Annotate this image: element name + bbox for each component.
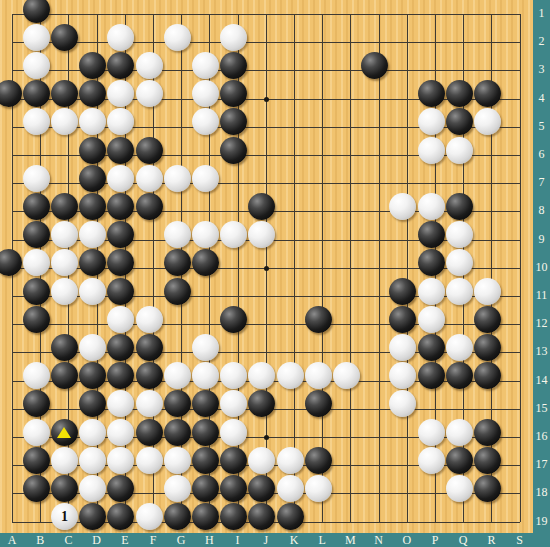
black-stone-C14[interactable] xyxy=(51,362,78,389)
column-label-B: B xyxy=(33,533,47,547)
black-stone-A4[interactable] xyxy=(0,80,22,107)
white-stone-Q9[interactable] xyxy=(446,221,473,248)
star-point xyxy=(264,266,269,271)
row-label-15: 15 xyxy=(533,401,550,416)
white-stone-H14[interactable] xyxy=(192,362,219,389)
black-stone-H10[interactable] xyxy=(192,249,219,276)
white-stone-D5[interactable] xyxy=(79,108,106,135)
white-stone-F15[interactable] xyxy=(136,390,163,417)
white-stone-O15[interactable] xyxy=(389,390,416,417)
white-stone-H4[interactable] xyxy=(192,80,219,107)
white-stone-D18[interactable] xyxy=(79,475,106,502)
black-stone-F6[interactable] xyxy=(136,137,163,164)
white-stone-P16[interactable] xyxy=(418,419,445,446)
white-stone-D17[interactable] xyxy=(79,447,106,474)
black-stone-C8[interactable] xyxy=(51,193,78,220)
move-number-label: 1 xyxy=(51,503,78,530)
white-stone-G14[interactable] xyxy=(164,362,191,389)
white-stone-J9[interactable] xyxy=(248,221,275,248)
black-stone-G11[interactable] xyxy=(164,278,191,305)
column-label-L: L xyxy=(315,533,329,547)
column-label-P: P xyxy=(428,533,442,547)
black-stone-F14[interactable] xyxy=(136,362,163,389)
row-coordinate-strip: 12345678910111213141516171819 xyxy=(533,0,550,547)
row-label-7: 7 xyxy=(533,175,550,190)
white-stone-I2[interactable] xyxy=(220,24,247,51)
black-stone-G16[interactable] xyxy=(164,419,191,446)
black-stone-B12[interactable] xyxy=(23,306,50,333)
column-label-I: I xyxy=(231,533,245,547)
white-stone-C5[interactable] xyxy=(51,108,78,135)
white-stone-G9[interactable] xyxy=(164,221,191,248)
white-stone-F7[interactable] xyxy=(136,165,163,192)
white-stone-D11[interactable] xyxy=(79,278,106,305)
white-stone-K14[interactable] xyxy=(277,362,304,389)
white-stone-P8[interactable] xyxy=(418,193,445,220)
column-label-E: E xyxy=(118,533,132,547)
white-stone-G17[interactable] xyxy=(164,447,191,474)
row-label-17: 17 xyxy=(533,457,550,472)
row-label-16: 16 xyxy=(533,429,550,444)
row-label-4: 4 xyxy=(533,91,550,106)
black-stone-H16[interactable] xyxy=(192,419,219,446)
white-stone-F19[interactable] xyxy=(136,503,163,530)
white-stone-P12[interactable] xyxy=(418,306,445,333)
white-stone-P17[interactable] xyxy=(418,447,445,474)
black-stone-D19[interactable] xyxy=(79,503,106,530)
black-stone-D14[interactable] xyxy=(79,362,106,389)
white-stone-E15[interactable] xyxy=(107,390,134,417)
black-stone-D4[interactable] xyxy=(79,80,106,107)
white-stone-C9[interactable] xyxy=(51,221,78,248)
white-stone-G2[interactable] xyxy=(164,24,191,51)
white-stone-G7[interactable] xyxy=(164,165,191,192)
white-stone-K17[interactable] xyxy=(277,447,304,474)
white-stone-O8[interactable] xyxy=(389,193,416,220)
black-stone-H18[interactable] xyxy=(192,475,219,502)
column-label-N: N xyxy=(372,533,386,547)
black-stone-P10[interactable] xyxy=(418,249,445,276)
black-stone-I19[interactable] xyxy=(220,503,247,530)
black-stone-F16[interactable] xyxy=(136,419,163,446)
white-stone-D16[interactable] xyxy=(79,419,106,446)
row-label-8: 8 xyxy=(533,203,550,218)
black-stone-B17[interactable] xyxy=(23,447,50,474)
white-stone-H7[interactable] xyxy=(192,165,219,192)
black-stone-Q14[interactable] xyxy=(446,362,473,389)
white-stone-B14[interactable] xyxy=(23,362,50,389)
row-label-14: 14 xyxy=(533,373,550,388)
white-stone-E5[interactable] xyxy=(107,108,134,135)
black-stone-L17[interactable] xyxy=(305,447,332,474)
black-stone-I17[interactable] xyxy=(220,447,247,474)
white-stone-C17[interactable] xyxy=(51,447,78,474)
black-stone-R12[interactable] xyxy=(474,306,501,333)
white-stone-E17[interactable] xyxy=(107,447,134,474)
black-stone-B8[interactable] xyxy=(23,193,50,220)
column-label-R: R xyxy=(484,533,498,547)
black-stone-F13[interactable] xyxy=(136,334,163,361)
black-stone-E18[interactable] xyxy=(107,475,134,502)
white-stone-Q13[interactable] xyxy=(446,334,473,361)
grid-line-vertical xyxy=(407,14,408,522)
white-stone-F3[interactable] xyxy=(136,52,163,79)
row-label-12: 12 xyxy=(533,316,550,331)
row-label-5: 5 xyxy=(533,119,550,134)
white-stone-B7[interactable] xyxy=(23,165,50,192)
white-stone-I14[interactable] xyxy=(220,362,247,389)
black-stone-G15[interactable] xyxy=(164,390,191,417)
black-stone-C2[interactable] xyxy=(51,24,78,51)
white-stone-I9[interactable] xyxy=(220,221,247,248)
white-stone-P5[interactable] xyxy=(418,108,445,135)
row-label-1: 1 xyxy=(533,6,550,21)
black-stone-L15[interactable] xyxy=(305,390,332,417)
black-stone-G10[interactable] xyxy=(164,249,191,276)
black-stone-D6[interactable] xyxy=(79,137,106,164)
go-game-screen: 1 12345678910111213141516171819 ABCDEFGH… xyxy=(0,0,550,547)
black-stone-D3[interactable] xyxy=(79,52,106,79)
white-stone-G18[interactable] xyxy=(164,475,191,502)
white-stone-D13[interactable] xyxy=(79,334,106,361)
black-stone-D15[interactable] xyxy=(79,390,106,417)
black-stone-J15[interactable] xyxy=(248,390,275,417)
row-label-11: 11 xyxy=(533,288,550,303)
black-stone-I12[interactable] xyxy=(220,306,247,333)
black-stone-E6[interactable] xyxy=(107,137,134,164)
grid-line-vertical xyxy=(294,14,295,522)
black-stone-E8[interactable] xyxy=(107,193,134,220)
row-label-6: 6 xyxy=(533,147,550,162)
row-label-18: 18 xyxy=(533,485,550,500)
black-stone-P4[interactable] xyxy=(418,80,445,107)
white-stone-B5[interactable] xyxy=(23,108,50,135)
black-stone-G19[interactable] xyxy=(164,503,191,530)
black-stone-Q4[interactable] xyxy=(446,80,473,107)
white-stone-F17[interactable] xyxy=(136,447,163,474)
black-stone-E13[interactable] xyxy=(107,334,134,361)
black-stone-J19[interactable] xyxy=(248,503,275,530)
black-stone-D8[interactable] xyxy=(79,193,106,220)
white-stone-O13[interactable] xyxy=(389,334,416,361)
black-stone-C18[interactable] xyxy=(51,475,78,502)
black-stone-E3[interactable] xyxy=(107,52,134,79)
black-stone-D10[interactable] xyxy=(79,249,106,276)
black-stone-J18[interactable] xyxy=(248,475,275,502)
black-stone-P14[interactable] xyxy=(418,362,445,389)
row-label-9: 9 xyxy=(533,232,550,247)
black-stone-O11[interactable] xyxy=(389,278,416,305)
black-stone-E19[interactable] xyxy=(107,503,134,530)
black-stone-B9[interactable] xyxy=(23,221,50,248)
white-stone-I16[interactable] xyxy=(220,419,247,446)
black-stone-R16[interactable] xyxy=(474,419,501,446)
black-stone-Q5[interactable] xyxy=(446,108,473,135)
column-label-J: J xyxy=(259,533,273,547)
column-coordinate-strip: ABCDEFGHIJKLMNOPQRS xyxy=(0,533,550,547)
black-stone-P13[interactable] xyxy=(418,334,445,361)
black-stone-Q8[interactable] xyxy=(446,193,473,220)
black-stone-I3[interactable] xyxy=(220,52,247,79)
grid-line-vertical xyxy=(322,14,323,522)
white-stone-B2[interactable] xyxy=(23,24,50,51)
black-stone-L12[interactable] xyxy=(305,306,332,333)
black-stone-K19[interactable] xyxy=(277,503,304,530)
grid-line-vertical xyxy=(520,14,521,522)
white-stone-P11[interactable] xyxy=(418,278,445,305)
black-stone-F8[interactable] xyxy=(136,193,163,220)
black-stone-C13[interactable] xyxy=(51,334,78,361)
black-stone-D7[interactable] xyxy=(79,165,106,192)
white-stone-M14[interactable] xyxy=(333,362,360,389)
column-label-Q: Q xyxy=(456,533,470,547)
white-stone-Q16[interactable] xyxy=(446,419,473,446)
black-stone-R14[interactable] xyxy=(474,362,501,389)
row-label-10: 10 xyxy=(533,260,550,275)
black-stone-B4[interactable] xyxy=(23,80,50,107)
white-stone-E12[interactable] xyxy=(107,306,134,333)
star-point xyxy=(264,97,269,102)
white-stone-Q11[interactable] xyxy=(446,278,473,305)
black-stone-A10[interactable] xyxy=(0,249,22,276)
black-stone-I6[interactable] xyxy=(220,137,247,164)
white-stone-H9[interactable] xyxy=(192,221,219,248)
star-point xyxy=(264,435,269,440)
white-stone-P6[interactable] xyxy=(418,137,445,164)
column-label-A: A xyxy=(5,533,19,547)
white-stone-Q18[interactable] xyxy=(446,475,473,502)
white-stone-Q6[interactable] xyxy=(446,137,473,164)
white-stone-E16[interactable] xyxy=(107,419,134,446)
white-stone-E7[interactable] xyxy=(107,165,134,192)
white-stone-H3[interactable] xyxy=(192,52,219,79)
white-stone-R11[interactable] xyxy=(474,278,501,305)
black-stone-R13[interactable] xyxy=(474,334,501,361)
column-label-K: K xyxy=(287,533,301,547)
white-stone-L14[interactable] xyxy=(305,362,332,389)
white-stone-B3[interactable] xyxy=(23,52,50,79)
black-stone-R17[interactable] xyxy=(474,447,501,474)
white-stone-I15[interactable] xyxy=(220,390,247,417)
black-stone-O12[interactable] xyxy=(389,306,416,333)
white-stone-E4[interactable] xyxy=(107,80,134,107)
grid-line-vertical xyxy=(350,14,351,522)
black-stone-E10[interactable] xyxy=(107,249,134,276)
row-label-13: 13 xyxy=(533,344,550,359)
white-stone-B10[interactable] xyxy=(23,249,50,276)
black-stone-E9[interactable] xyxy=(107,221,134,248)
black-stone-B11[interactable] xyxy=(23,278,50,305)
white-stone-R5[interactable] xyxy=(474,108,501,135)
black-stone-H19[interactable] xyxy=(192,503,219,530)
white-stone-C10[interactable] xyxy=(51,249,78,276)
black-stone-I18[interactable] xyxy=(220,475,247,502)
black-stone-B1[interactable] xyxy=(23,0,50,23)
white-stone-B16[interactable] xyxy=(23,419,50,446)
white-stone-F4[interactable] xyxy=(136,80,163,107)
column-label-H: H xyxy=(202,533,216,547)
black-stone-I4[interactable] xyxy=(220,80,247,107)
black-stone-P9[interactable] xyxy=(418,221,445,248)
white-stone-C11[interactable] xyxy=(51,278,78,305)
white-stone-F12[interactable] xyxy=(136,306,163,333)
white-stone-H13[interactable] xyxy=(192,334,219,361)
row-label-2: 2 xyxy=(533,34,550,49)
triangle-marker-icon xyxy=(51,419,78,446)
white-stone-J17[interactable] xyxy=(248,447,275,474)
black-stone-C4[interactable] xyxy=(51,80,78,107)
white-stone-H5[interactable] xyxy=(192,108,219,135)
white-stone-D9[interactable] xyxy=(79,221,106,248)
column-label-M: M xyxy=(343,533,357,547)
column-label-G: G xyxy=(174,533,188,547)
grid-line-vertical xyxy=(379,14,380,522)
white-stone-J14[interactable] xyxy=(248,362,275,389)
column-label-F: F xyxy=(146,533,160,547)
row-label-3: 3 xyxy=(533,62,550,77)
go-board[interactable]: 1 xyxy=(0,0,533,533)
white-stone-E2[interactable] xyxy=(107,24,134,51)
white-stone-Q10[interactable] xyxy=(446,249,473,276)
black-stone-H17[interactable] xyxy=(192,447,219,474)
black-stone-E11[interactable] xyxy=(107,278,134,305)
column-label-S: S xyxy=(513,533,527,547)
column-label-O: O xyxy=(400,533,414,547)
column-label-D: D xyxy=(90,533,104,547)
white-stone-O14[interactable] xyxy=(389,362,416,389)
black-stone-R4[interactable] xyxy=(474,80,501,107)
white-stone-L18[interactable] xyxy=(305,475,332,502)
column-label-C: C xyxy=(61,533,75,547)
white-stone-K18[interactable] xyxy=(277,475,304,502)
black-stone-B15[interactable] xyxy=(23,390,50,417)
black-stone-N3[interactable] xyxy=(361,52,388,79)
black-stone-H15[interactable] xyxy=(192,390,219,417)
black-stone-Q17[interactable] xyxy=(446,447,473,474)
row-label-19: 19 xyxy=(533,514,550,529)
black-stone-J8[interactable] xyxy=(248,193,275,220)
black-stone-E14[interactable] xyxy=(107,362,134,389)
black-stone-R18[interactable] xyxy=(474,475,501,502)
black-stone-I5[interactable] xyxy=(220,108,247,135)
black-stone-B18[interactable] xyxy=(23,475,50,502)
